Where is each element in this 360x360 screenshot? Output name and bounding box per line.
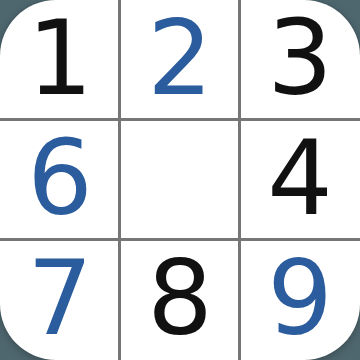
digit: 3 xyxy=(267,7,333,114)
cell-r1c0: 6 xyxy=(0,120,120,240)
cell-r0c0: 1 xyxy=(0,0,120,120)
cell-r1c1-empty xyxy=(120,120,240,240)
digit: 9 xyxy=(267,247,333,354)
cell-r0c2: 3 xyxy=(240,0,360,120)
digit: 2 xyxy=(147,7,213,114)
app-icon-backdrop: 1 2 3 6 4 7 8 9 xyxy=(0,0,360,360)
digit: 4 xyxy=(267,127,333,234)
digit: 1 xyxy=(27,7,93,114)
sudoku-app-icon[interactable]: 1 2 3 6 4 7 8 9 xyxy=(0,0,360,360)
cell-r2c2: 9 xyxy=(240,240,360,360)
digit: 7 xyxy=(27,247,93,354)
cell-r1c2: 4 xyxy=(240,120,360,240)
sudoku-grid: 1 2 3 6 4 7 8 9 xyxy=(0,0,360,360)
cell-r0c1: 2 xyxy=(120,0,240,120)
digit: 6 xyxy=(27,127,93,234)
cell-r2c1: 8 xyxy=(120,240,240,360)
digit: 8 xyxy=(147,247,213,354)
cell-r2c0: 7 xyxy=(0,240,120,360)
